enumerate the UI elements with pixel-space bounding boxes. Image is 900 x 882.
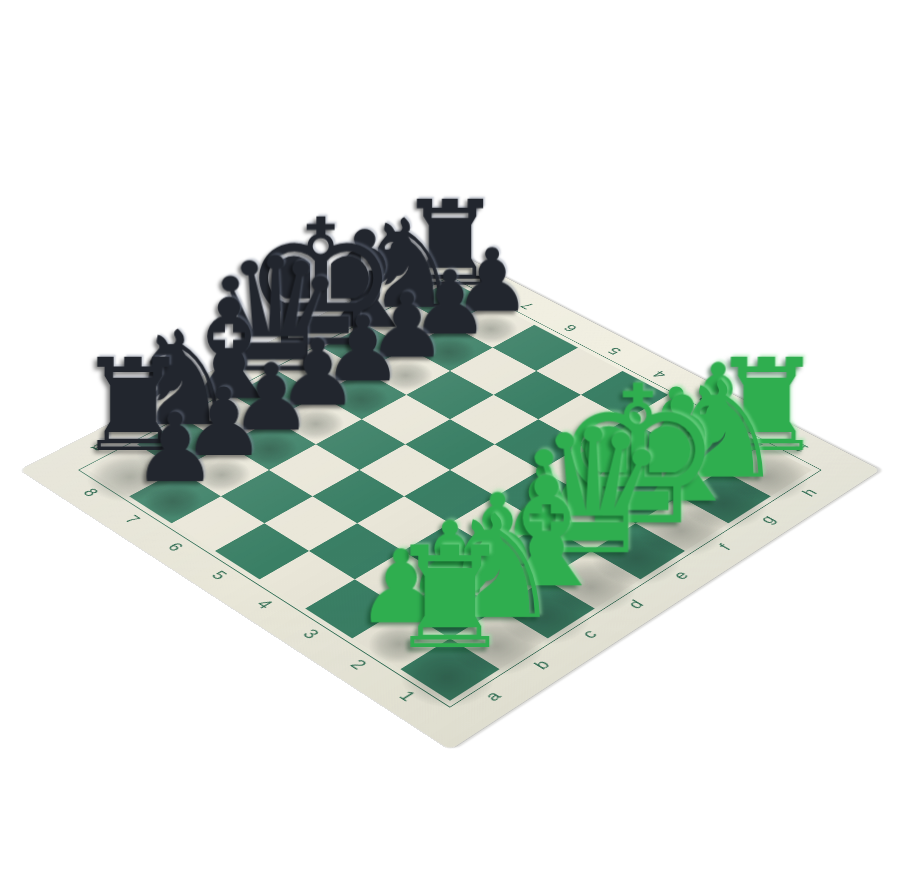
- rank-label-left-6: 6: [163, 540, 188, 554]
- file-label-bottom-b: b: [529, 657, 554, 673]
- rank-label-left-2: 2: [345, 657, 370, 673]
- file-label-bottom-e: e: [669, 568, 694, 583]
- rank-label-left-7: 7: [120, 513, 144, 527]
- file-label-bottom-a: a: [480, 688, 506, 704]
- black-pawn-glyph: ♟: [132, 401, 217, 496]
- product-photo-scene: aa88bb77cc66dd55ee44ff33gg22hh11 ♜♞♝♛♚♝♞…: [0, 0, 900, 882]
- file-label-bottom-c: c: [577, 627, 601, 642]
- green-rook-glyph: ♜: [387, 529, 513, 669]
- rank-label-left-5: 5: [207, 568, 232, 583]
- file-label-bottom-g: g: [756, 513, 780, 527]
- file-label-bottom-h: h: [797, 486, 821, 500]
- rank-label-left-3: 3: [298, 627, 323, 642]
- file-label-bottom-d: d: [623, 597, 648, 612]
- rank-label-left-8: 8: [78, 486, 102, 500]
- pieces-layer: ♜♞♝♛♚♝♞♜♟♟♟♟♟♟♟♟♟♟♟♟♟♟♟♟♜♞♝♛♚♝♞♜: [88, 281, 812, 701]
- chess-board-mat: aa88bb77cc66dd55ee44ff33gg22hh11 ♜♞♝♛♚♝♞…: [20, 249, 880, 750]
- rank-label-left-4: 4: [252, 597, 277, 612]
- rank-label-left-1: 1: [394, 688, 420, 704]
- rank-label-right-6: 6: [560, 322, 581, 334]
